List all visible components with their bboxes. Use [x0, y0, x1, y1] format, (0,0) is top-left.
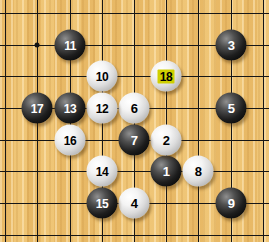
- stone-number-label: 16: [64, 134, 76, 146]
- stone-white-8[interactable]: 8: [183, 156, 214, 187]
- stone-white-12[interactable]: 12: [87, 93, 118, 124]
- stone-number-label: 8: [195, 165, 202, 178]
- star-point: [35, 43, 40, 48]
- last-move-number-label: 18: [158, 69, 174, 83]
- stone-number-label: 6: [131, 102, 138, 115]
- stone-white-2[interactable]: 2: [151, 125, 182, 156]
- stone-black-7[interactable]: 7: [119, 125, 150, 156]
- stone-number-label: 7: [131, 134, 138, 147]
- stone-black-5[interactable]: 5: [216, 93, 247, 124]
- stone-number-label: 12: [96, 102, 108, 114]
- grid-line-horizontal-8: [0, 235, 269, 236]
- stone-number-label: 15: [96, 197, 108, 209]
- grid-line-vertical-7: [198, 0, 199, 242]
- stone-black-9[interactable]: 9: [216, 188, 247, 219]
- stone-black-17[interactable]: 17: [22, 93, 53, 124]
- stone-number-label: 11: [64, 39, 76, 51]
- stone-white-18[interactable]: 18: [151, 61, 182, 92]
- grid-line-horizontal-6: [0, 171, 269, 172]
- stone-black-3[interactable]: 3: [216, 30, 247, 61]
- grid-line-horizontal-1: [0, 13, 269, 14]
- stone-white-14[interactable]: 14: [87, 156, 118, 187]
- stone-number-label: 5: [228, 102, 235, 115]
- stone-black-15[interactable]: 15: [87, 188, 118, 219]
- grid-line-vertical-1: [5, 0, 6, 242]
- stone-number-label: 9: [228, 197, 235, 210]
- go-board[interactable]: 123456789101112131415161718: [0, 0, 269, 242]
- stone-black-11[interactable]: 11: [55, 30, 86, 61]
- stone-number-label: 1: [163, 165, 170, 178]
- stone-number-label: 2: [163, 134, 170, 147]
- stone-number-label: 17: [31, 102, 43, 114]
- stone-number-label: 13: [64, 102, 76, 114]
- stone-number-label: 3: [228, 39, 235, 52]
- stone-white-10[interactable]: 10: [87, 61, 118, 92]
- stone-number-label: 10: [96, 70, 108, 82]
- grid-line-vertical-9: [263, 0, 264, 242]
- grid-line-horizontal-3: [0, 76, 269, 77]
- stone-white-16[interactable]: 16: [55, 125, 86, 156]
- stone-white-6[interactable]: 6: [119, 93, 150, 124]
- stone-black-13[interactable]: 13: [55, 93, 86, 124]
- stone-number-label: 4: [131, 197, 138, 210]
- stone-white-4[interactable]: 4: [119, 188, 150, 219]
- stone-black-1[interactable]: 1: [151, 156, 182, 187]
- stone-number-label: 14: [96, 165, 108, 177]
- grid-line-vertical-6: [166, 0, 167, 242]
